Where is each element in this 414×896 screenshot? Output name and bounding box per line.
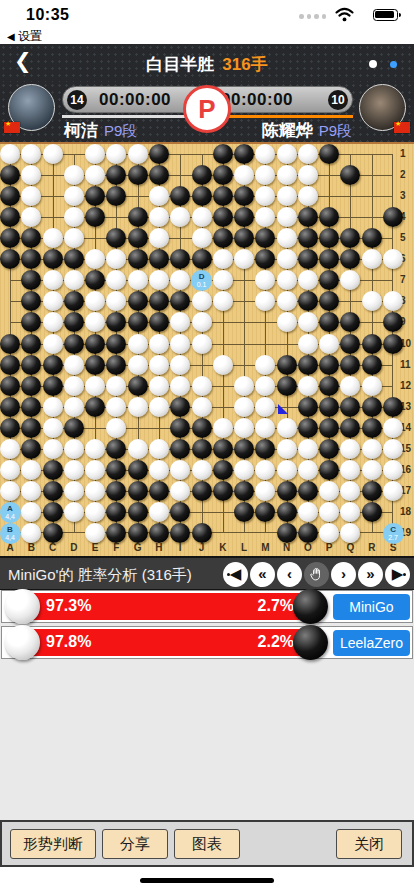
row-label-12: 12 bbox=[400, 380, 414, 391]
white-stone-D11 bbox=[64, 355, 84, 375]
white-stone-N14 bbox=[277, 418, 297, 438]
row-label-3: 3 bbox=[400, 190, 414, 201]
ai-suggestion-marker-C[interactable]: C2.7 bbox=[383, 523, 404, 544]
white-stone-R12 bbox=[362, 376, 382, 396]
white-stone-H12 bbox=[149, 376, 169, 396]
white-stone-E15 bbox=[85, 439, 105, 459]
white-stone-K6 bbox=[213, 249, 233, 269]
black-stone-G5 bbox=[128, 228, 148, 248]
analysis-header: MiniGo'的 胜率分析 (316手) ◀ « ‹ › » ▶ bbox=[0, 556, 414, 590]
white-stone-I12 bbox=[170, 376, 190, 396]
black-stone-H1 bbox=[149, 144, 169, 164]
row-label-2: 2 bbox=[400, 169, 414, 180]
row-label-18: 18 bbox=[400, 506, 414, 517]
white-stone-E16 bbox=[85, 460, 105, 480]
black-stone-L15 bbox=[234, 439, 254, 459]
black-stone-B12 bbox=[21, 376, 41, 396]
black-stone-R11 bbox=[362, 355, 382, 375]
white-stone-N7 bbox=[277, 270, 297, 290]
row-label-11: 11 bbox=[400, 359, 414, 370]
white-stone-O18 bbox=[298, 502, 318, 522]
black-stone-H19 bbox=[149, 523, 169, 543]
white-stone-L12 bbox=[234, 376, 254, 396]
white-stone-H4 bbox=[149, 207, 169, 227]
black-stone-P15 bbox=[319, 439, 339, 459]
black-stone-O4 bbox=[298, 207, 318, 227]
hand-icon bbox=[309, 567, 324, 582]
white-stone-H11 bbox=[149, 355, 169, 375]
white-stone-E18 bbox=[85, 502, 105, 522]
white-stone-A1 bbox=[0, 144, 20, 164]
white-stone-P10 bbox=[319, 334, 339, 354]
white-stone-S15 bbox=[383, 439, 403, 459]
black-stone-O17 bbox=[298, 481, 318, 501]
white-stone-J13 bbox=[192, 397, 212, 417]
clock-left-time: 00:00:00 bbox=[99, 90, 171, 110]
wifi-icon bbox=[335, 7, 354, 22]
black-stone-I19 bbox=[170, 523, 190, 543]
white-stone-H16 bbox=[149, 460, 169, 480]
black-stone-J15 bbox=[192, 439, 212, 459]
white-stone-O3 bbox=[298, 186, 318, 206]
white-stone-M11 bbox=[255, 355, 275, 375]
white-stone-J16 bbox=[192, 460, 212, 480]
black-stone-K5 bbox=[213, 228, 233, 248]
black-stone-P12 bbox=[319, 376, 339, 396]
white-stone-R15 bbox=[362, 439, 382, 459]
player-right-name: 陈耀烨P9段 bbox=[206, 119, 352, 142]
white-stone-R16 bbox=[362, 460, 382, 480]
column-label-E: E bbox=[88, 542, 102, 553]
black-stone-O19 bbox=[298, 523, 318, 543]
black-stone-P11 bbox=[319, 355, 339, 375]
forward-1-move-button[interactable]: › bbox=[331, 562, 356, 587]
ai-suggestion-marker-B[interactable]: B4,4 bbox=[0, 523, 21, 544]
column-label-S: S bbox=[386, 542, 400, 553]
black-stone-R18 bbox=[362, 502, 382, 522]
black-stone-A12 bbox=[0, 376, 20, 396]
flag-china-right: ★ bbox=[394, 122, 410, 133]
white-stone-I16 bbox=[170, 460, 190, 480]
app-screen: 10:35 ◀ 设置 ❮ 白目半胜316手 ★ 14 00:00:00 P 00… bbox=[0, 0, 414, 896]
winrate-row-minigo: 97.3% 2.7% MiniGo bbox=[1, 590, 413, 623]
jump-to-end-button[interactable]: ▶ bbox=[385, 562, 410, 587]
column-label-G: G bbox=[131, 542, 145, 553]
black-stone-O14 bbox=[298, 418, 318, 438]
black-stone-K17 bbox=[213, 481, 233, 501]
white-stone-C14 bbox=[43, 418, 63, 438]
nav-bar: ❮ 白目半胜316手 bbox=[0, 44, 414, 82]
analysis-body bbox=[0, 590, 414, 820]
black-stone-C6 bbox=[43, 249, 63, 269]
black-stone-A14 bbox=[0, 418, 20, 438]
black-stone-I15 bbox=[170, 439, 190, 459]
black-stone-R10 bbox=[362, 334, 382, 354]
black-stone-G8 bbox=[128, 291, 148, 311]
battery-icon bbox=[373, 9, 398, 21]
black-stone-K15 bbox=[213, 439, 233, 459]
black-stone-A3 bbox=[0, 186, 20, 206]
column-label-I: I bbox=[173, 542, 187, 553]
white-stone-N4 bbox=[277, 207, 297, 227]
column-label-A: A bbox=[3, 542, 17, 553]
white-stone-S14 bbox=[383, 418, 403, 438]
black-stone-Q10 bbox=[340, 334, 360, 354]
column-label-D: D bbox=[67, 542, 81, 553]
black-stone-P13 bbox=[319, 397, 339, 417]
black-stone-G17 bbox=[128, 481, 148, 501]
white-stone-C8 bbox=[43, 291, 63, 311]
black-stone-N12 bbox=[277, 376, 297, 396]
player-left-name: 柯洁P9段 bbox=[64, 119, 137, 142]
white-stone-J5 bbox=[192, 228, 212, 248]
white-stone-F13 bbox=[106, 397, 126, 417]
black-stone-icon bbox=[293, 625, 328, 660]
column-label-M: M bbox=[258, 542, 272, 553]
black-stone-B15 bbox=[21, 439, 41, 459]
row-label-5: 5 bbox=[400, 232, 414, 243]
white-stone-D3 bbox=[64, 186, 84, 206]
black-stone-C16 bbox=[43, 460, 63, 480]
white-stone-S8 bbox=[383, 291, 403, 311]
black-stone-L18 bbox=[234, 502, 254, 522]
black-stone-S10 bbox=[383, 334, 403, 354]
black-stone-G19 bbox=[128, 523, 148, 543]
white-stone-H18 bbox=[149, 502, 169, 522]
black-stone-G12 bbox=[128, 376, 148, 396]
white-stone-P19 bbox=[319, 523, 339, 543]
winrate-row-leelazero: 97.8% 2.2% LeelaZero bbox=[1, 626, 413, 659]
white-stone-N16 bbox=[277, 460, 297, 480]
back-1-move-button[interactable]: ‹ bbox=[277, 562, 302, 587]
black-percent: 2.7% bbox=[258, 597, 294, 615]
white-stone-G7 bbox=[128, 270, 148, 290]
jump-to-start-button[interactable]: ◀ bbox=[223, 562, 248, 587]
white-stone-J4 bbox=[192, 207, 212, 227]
black-stone-R13 bbox=[362, 397, 382, 417]
black-stone-N19 bbox=[277, 523, 297, 543]
white-stone-S6 bbox=[383, 249, 403, 269]
black-stone-K4 bbox=[213, 207, 233, 227]
black-stone-G16 bbox=[128, 460, 148, 480]
column-label-N: N bbox=[280, 542, 294, 553]
black-stone-G4 bbox=[128, 207, 148, 227]
white-stone-E1 bbox=[85, 144, 105, 164]
white-winrate-bar: 97.8% 2.2% bbox=[30, 629, 302, 656]
white-stone-K11 bbox=[213, 355, 233, 375]
black-stone-K1 bbox=[213, 144, 233, 164]
black-stone-S4 bbox=[383, 207, 403, 227]
white-stone-G15 bbox=[128, 439, 148, 459]
column-label-L: L bbox=[237, 542, 251, 553]
white-stone-D2 bbox=[64, 165, 84, 185]
black-stone-P16 bbox=[319, 460, 339, 480]
home-indicator[interactable] bbox=[140, 878, 274, 883]
black-stone-O11 bbox=[298, 355, 318, 375]
white-stone-I11 bbox=[170, 355, 190, 375]
share-button[interactable]: 分享 bbox=[102, 829, 168, 859]
white-stone-icon bbox=[5, 589, 40, 624]
white-stone-G1 bbox=[128, 144, 148, 164]
column-label-Q: Q bbox=[343, 542, 357, 553]
back-to-settings-link[interactable]: ◀ 设置 bbox=[7, 28, 42, 45]
white-stone-O15 bbox=[298, 439, 318, 459]
move-count-badge: 316手 bbox=[222, 55, 267, 74]
black-stone-A11 bbox=[0, 355, 20, 375]
black-stone-C12 bbox=[43, 376, 63, 396]
black-stone-O13 bbox=[298, 397, 318, 417]
white-stone-D16 bbox=[64, 460, 84, 480]
black-stone-R5 bbox=[362, 228, 382, 248]
white-stone-O12 bbox=[298, 376, 318, 396]
status-bar: 10:35 ◀ 设置 bbox=[0, 0, 414, 44]
black-stone-Q11 bbox=[340, 355, 360, 375]
white-stone-J8 bbox=[192, 291, 212, 311]
black-stone-J3 bbox=[192, 186, 212, 206]
white-stone-N3 bbox=[277, 186, 297, 206]
white-stone-C13 bbox=[43, 397, 63, 417]
white-percent: 97.8% bbox=[46, 633, 91, 651]
white-stone-H10 bbox=[149, 334, 169, 354]
white-stone-N8 bbox=[277, 291, 297, 311]
black-stone-F19 bbox=[106, 523, 126, 543]
black-stone-G18 bbox=[128, 502, 148, 522]
last-move-triangle-marker bbox=[278, 404, 288, 414]
black-stone-D14 bbox=[64, 418, 84, 438]
white-stone-M13 bbox=[255, 397, 275, 417]
black-stone-J17 bbox=[192, 481, 212, 501]
white-stone-E12 bbox=[85, 376, 105, 396]
white-stone-F12 bbox=[106, 376, 126, 396]
black-stone-J2 bbox=[192, 165, 212, 185]
black-stone-I13 bbox=[170, 397, 190, 417]
clock-right-time: 00:00:00 bbox=[221, 90, 293, 110]
close-button[interactable]: 关闭 bbox=[336, 829, 402, 859]
black-stone-L17 bbox=[234, 481, 254, 501]
black-stone-C17 bbox=[43, 481, 63, 501]
white-stone-J10 bbox=[192, 334, 212, 354]
black-stone-B14 bbox=[21, 418, 41, 438]
black-percent: 2.2% bbox=[258, 633, 294, 651]
black-stone-icon bbox=[293, 589, 328, 624]
hand-play-mode-button[interactable] bbox=[304, 562, 329, 587]
black-stone-N17 bbox=[277, 481, 297, 501]
white-stone-S17 bbox=[383, 481, 403, 501]
white-stone-O16 bbox=[298, 460, 318, 480]
black-stone-L1 bbox=[234, 144, 254, 164]
cellular-signal-icon bbox=[299, 14, 326, 19]
black-stone-R17 bbox=[362, 481, 382, 501]
white-stone-D18 bbox=[64, 502, 84, 522]
white-stone-C7 bbox=[43, 270, 63, 290]
chart-button[interactable]: 图表 bbox=[174, 829, 240, 859]
column-label-H: H bbox=[152, 542, 166, 553]
black-stone-E10 bbox=[85, 334, 105, 354]
column-label-K: K bbox=[216, 542, 230, 553]
white-stone-C15 bbox=[43, 439, 63, 459]
ai-suggestion-marker-D[interactable]: D0.1 bbox=[191, 270, 212, 291]
black-stone-P14 bbox=[319, 418, 339, 438]
white-stone-J12 bbox=[192, 376, 212, 396]
black-stone-H2 bbox=[149, 165, 169, 185]
white-stone-G10 bbox=[128, 334, 148, 354]
black-stone-S13 bbox=[383, 397, 403, 417]
row-label-1: 1 bbox=[400, 148, 414, 159]
replay-controls: ◀ « ‹ › » ▶ bbox=[223, 562, 410, 587]
white-stone-D5 bbox=[64, 228, 84, 248]
black-stone-E13 bbox=[85, 397, 105, 417]
black-stone-J19 bbox=[192, 523, 212, 543]
black-stone-K3 bbox=[213, 186, 233, 206]
white-stone-M14 bbox=[255, 418, 275, 438]
column-label-R: R bbox=[365, 542, 379, 553]
back-10-moves-button[interactable]: « bbox=[250, 562, 275, 587]
white-stone-N1 bbox=[277, 144, 297, 164]
white-stone-E17 bbox=[85, 481, 105, 501]
black-stone-I14 bbox=[170, 418, 190, 438]
player-left-rank: P9段 bbox=[104, 122, 137, 139]
row-label-7: 7 bbox=[400, 274, 414, 285]
white-stone-A16 bbox=[0, 460, 20, 480]
black-stone-A10 bbox=[0, 334, 20, 354]
black-stone-K2 bbox=[213, 165, 233, 185]
white-stone-O1 bbox=[298, 144, 318, 164]
white-stone-L14 bbox=[234, 418, 254, 438]
black-stone-F11 bbox=[106, 355, 126, 375]
white-stone-G11 bbox=[128, 355, 148, 375]
pass-button[interactable]: P bbox=[183, 85, 231, 133]
black-stone-N11 bbox=[277, 355, 297, 375]
white-stone-N5 bbox=[277, 228, 297, 248]
white-stone-I10 bbox=[170, 334, 190, 354]
black-stone-J14 bbox=[192, 418, 212, 438]
black-stone-S9 bbox=[383, 312, 403, 332]
game-result-title: 白目半胜 bbox=[146, 55, 214, 74]
white-stone-icon bbox=[5, 625, 40, 660]
page-title: 白目半胜316手 bbox=[0, 53, 414, 76]
white-stone-D15 bbox=[64, 439, 84, 459]
white-stone-C9 bbox=[43, 312, 63, 332]
white-stone-D13 bbox=[64, 397, 84, 417]
engine-button-leelazero[interactable]: LeelaZero bbox=[333, 630, 410, 656]
black-stone-F10 bbox=[106, 334, 126, 354]
page-dot-active[interactable] bbox=[369, 60, 377, 68]
black-stone-A2 bbox=[0, 165, 20, 185]
black-stone-D10 bbox=[64, 334, 84, 354]
home-indicator-area bbox=[0, 867, 414, 896]
back-triangle-icon: ◀ bbox=[7, 31, 15, 42]
white-winrate-bar: 97.3% 2.7% bbox=[30, 593, 302, 620]
black-stone-E11 bbox=[85, 355, 105, 375]
white-stone-N9 bbox=[277, 312, 297, 332]
white-stone-L2 bbox=[234, 165, 254, 185]
white-stone-D4 bbox=[64, 207, 84, 227]
white-stone-L16 bbox=[234, 460, 254, 480]
white-stone-B19 bbox=[21, 523, 41, 543]
player-bar: ★ 14 00:00:00 P 00:00:00 10 ★ 柯洁P9段 陈耀烨P… bbox=[0, 82, 414, 142]
white-stone-M12 bbox=[255, 376, 275, 396]
engine-button-minigo[interactable]: MiniGo bbox=[333, 594, 410, 620]
captures-right-badge: 10 bbox=[328, 90, 348, 110]
column-label-O: O bbox=[301, 542, 315, 553]
white-stone-C1 bbox=[43, 144, 63, 164]
white-stone-D12 bbox=[64, 376, 84, 396]
white-stone-A17 bbox=[0, 481, 20, 501]
white-stone-H3 bbox=[149, 186, 169, 206]
black-stone-H17 bbox=[149, 481, 169, 501]
player-right-rank: P9段 bbox=[319, 122, 352, 139]
black-stone-B11 bbox=[21, 355, 41, 375]
position-judgment-button[interactable]: 形势判断 bbox=[10, 829, 96, 859]
column-label-P: P bbox=[322, 542, 336, 553]
black-stone-N18 bbox=[277, 502, 297, 522]
white-stone-A15 bbox=[0, 439, 20, 459]
white-stone-R6 bbox=[362, 249, 382, 269]
column-label-C: C bbox=[46, 542, 60, 553]
black-stone-C18 bbox=[43, 502, 63, 522]
white-stone-S16 bbox=[383, 460, 403, 480]
bottom-toolbar: 形势判断 分享 图表 关闭 bbox=[0, 820, 414, 867]
white-stone-E19 bbox=[85, 523, 105, 543]
black-stone-C19 bbox=[43, 523, 63, 543]
white-stone-H13 bbox=[149, 397, 169, 417]
white-stone-K14 bbox=[213, 418, 233, 438]
black-stone-R14 bbox=[362, 418, 382, 438]
white-stone-N2 bbox=[277, 165, 297, 185]
white-stone-Q19 bbox=[340, 523, 360, 543]
black-stone-B10 bbox=[21, 334, 41, 354]
white-stone-O2 bbox=[298, 165, 318, 185]
black-stone-K16 bbox=[213, 460, 233, 480]
white-stone-N15 bbox=[277, 439, 297, 459]
white-stone-N6 bbox=[277, 249, 297, 269]
black-stone-A13 bbox=[0, 397, 20, 417]
column-label-J: J bbox=[195, 542, 209, 553]
black-stone-C11 bbox=[43, 355, 63, 375]
column-label-F: F bbox=[109, 542, 123, 553]
clock-time: 10:35 bbox=[26, 6, 69, 24]
page-dot-inactive[interactable] bbox=[390, 61, 397, 68]
column-label-B: B bbox=[24, 542, 38, 553]
captures-left-badge: 14 bbox=[67, 90, 87, 110]
black-stone-J6 bbox=[192, 249, 212, 269]
ai-suggestion-marker-A[interactable]: A4,4 bbox=[0, 502, 21, 523]
flag-china-left: ★ bbox=[4, 122, 20, 133]
forward-10-moves-button[interactable]: » bbox=[358, 562, 383, 587]
analysis-title: MiniGo'的 胜率分析 (316手) bbox=[8, 566, 192, 585]
white-stone-G13 bbox=[128, 397, 148, 417]
black-stone-G6 bbox=[128, 249, 148, 269]
white-stone-J9 bbox=[192, 312, 212, 332]
black-stone-G2 bbox=[128, 165, 148, 185]
white-stone-L13 bbox=[234, 397, 254, 417]
white-percent: 97.3% bbox=[46, 597, 91, 615]
white-stone-H15 bbox=[149, 439, 169, 459]
white-stone-C5 bbox=[43, 228, 63, 248]
white-stone-C10 bbox=[43, 334, 63, 354]
go-board[interactable]: A4,4B4,4C2.7D0.1ABCDEFGHIJKLMNOPQRS12345… bbox=[0, 142, 414, 556]
black-stone-D6 bbox=[64, 249, 84, 269]
black-stone-B13 bbox=[21, 397, 41, 417]
white-stone-D17 bbox=[64, 481, 84, 501]
white-stone-O10 bbox=[298, 334, 318, 354]
